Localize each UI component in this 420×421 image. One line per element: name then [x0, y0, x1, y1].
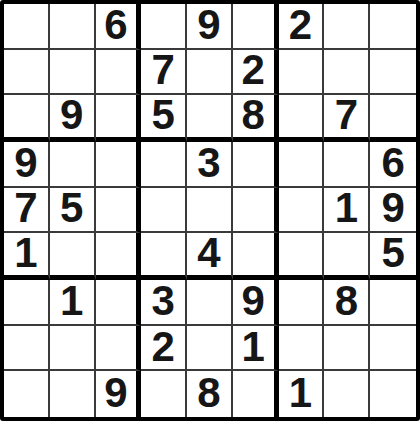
- cell-r8c9[interactable]: [370, 326, 416, 372]
- sudoku-page: 6927295879367519145139821981: [0, 0, 420, 421]
- cell-r6c2[interactable]: [50, 233, 96, 280]
- cell-r7c8[interactable]: 8: [324, 280, 370, 326]
- given-digit: 5: [152, 94, 175, 136]
- cell-r4c9[interactable]: 6: [370, 142, 416, 188]
- cell-r1c3[interactable]: 6: [96, 4, 142, 50]
- cell-r7c6[interactable]: 9: [233, 280, 279, 326]
- given-digit: 8: [197, 372, 220, 414]
- given-digit: 9: [381, 187, 404, 229]
- cell-r5c5[interactable]: [187, 188, 233, 234]
- given-digit: 6: [104, 4, 127, 46]
- cell-r4c1[interactable]: 9: [4, 142, 50, 188]
- given-digit: 1: [60, 280, 83, 322]
- cell-r6c4[interactable]: [141, 233, 187, 280]
- given-digit: 2: [289, 4, 312, 46]
- given-digit: 4: [197, 232, 220, 274]
- cell-r4c4[interactable]: [141, 142, 187, 188]
- cell-r5c4[interactable]: [141, 188, 187, 234]
- given-digit: 7: [335, 94, 358, 136]
- given-digit: 7: [152, 49, 175, 91]
- cell-r6c9[interactable]: 5: [370, 233, 416, 280]
- cell-r7c2[interactable]: 1: [50, 280, 96, 326]
- given-digit: 7: [14, 187, 37, 229]
- cell-r6c6[interactable]: [233, 233, 279, 280]
- given-digit: 5: [60, 187, 83, 229]
- cell-r5c1[interactable]: 7: [4, 188, 50, 234]
- cell-r4c3[interactable]: [96, 142, 142, 188]
- cell-r7c4[interactable]: 3: [141, 280, 187, 326]
- cell-r1c5[interactable]: 9: [187, 4, 233, 50]
- cell-r8c3[interactable]: [96, 326, 142, 372]
- cell-r9c3[interactable]: 9: [96, 371, 142, 417]
- cell-r8c1[interactable]: [4, 326, 50, 372]
- cell-r3c6[interactable]: 8: [233, 95, 279, 142]
- cell-r4c6[interactable]: [233, 142, 279, 188]
- cell-r7c7[interactable]: [279, 280, 325, 326]
- cell-r9c5[interactable]: 8: [187, 371, 233, 417]
- cell-r6c1[interactable]: 1: [4, 233, 50, 280]
- cell-r2c4[interactable]: 7: [141, 50, 187, 96]
- cell-r9c8[interactable]: [324, 371, 370, 417]
- cell-r7c5[interactable]: [187, 280, 233, 326]
- cell-r8c7[interactable]: [279, 326, 325, 372]
- cell-r6c7[interactable]: [279, 233, 325, 280]
- given-digit: 1: [242, 326, 265, 368]
- cell-r1c7[interactable]: 2: [279, 4, 325, 50]
- cell-r3c4[interactable]: 5: [141, 95, 187, 142]
- given-digit: 9: [14, 142, 37, 184]
- cell-r9c6[interactable]: [233, 371, 279, 417]
- cell-r8c5[interactable]: [187, 326, 233, 372]
- cell-r1c4[interactable]: [141, 4, 187, 50]
- given-digit: 8: [242, 94, 265, 136]
- cell-r9c7[interactable]: 1: [279, 371, 325, 417]
- given-digit: 9: [242, 280, 265, 322]
- given-digit: 2: [242, 49, 265, 91]
- cell-r7c3[interactable]: [96, 280, 142, 326]
- given-digit: 6: [381, 142, 404, 184]
- cell-r4c5[interactable]: 3: [187, 142, 233, 188]
- cell-r8c8[interactable]: [324, 326, 370, 372]
- given-digit: 8: [335, 280, 358, 322]
- cell-r4c7[interactable]: [279, 142, 325, 188]
- cell-r5c2[interactable]: 5: [50, 188, 96, 234]
- cell-r6c8[interactable]: [324, 233, 370, 280]
- cell-r9c9[interactable]: [370, 371, 416, 417]
- cell-r2c2[interactable]: [50, 50, 96, 96]
- cell-r3c9[interactable]: [370, 95, 416, 142]
- cell-r8c6[interactable]: 1: [233, 326, 279, 372]
- given-digit: 2: [152, 326, 175, 368]
- cell-r5c8[interactable]: 1: [324, 188, 370, 234]
- given-digit: 5: [381, 232, 404, 274]
- cell-r9c1[interactable]: [4, 371, 50, 417]
- given-digit: 9: [197, 4, 220, 46]
- cell-r8c2[interactable]: [50, 326, 96, 372]
- cell-r1c2[interactable]: [50, 4, 96, 50]
- cell-r4c8[interactable]: [324, 142, 370, 188]
- given-digit: 1: [14, 232, 37, 274]
- cell-r1c1[interactable]: [4, 4, 50, 50]
- cell-r7c9[interactable]: [370, 280, 416, 326]
- cell-r2c9[interactable]: [370, 50, 416, 96]
- given-digit: 3: [152, 280, 175, 322]
- sudoku-board: 6927295879367519145139821981: [0, 0, 420, 421]
- given-digit: 1: [289, 372, 312, 414]
- given-digit: 1: [335, 187, 358, 229]
- cell-r3c1[interactable]: [4, 95, 50, 142]
- given-digit: 3: [197, 142, 220, 184]
- cell-r3c5[interactable]: [187, 95, 233, 142]
- cell-r5c3[interactable]: [96, 188, 142, 234]
- cell-r2c1[interactable]: [4, 50, 50, 96]
- cell-r7c1[interactable]: [4, 280, 50, 326]
- cell-r1c6[interactable]: [233, 4, 279, 50]
- cell-r1c9[interactable]: [370, 4, 416, 50]
- given-digit: 9: [60, 94, 83, 136]
- cell-r5c9[interactable]: 9: [370, 188, 416, 234]
- cell-r9c4[interactable]: [141, 371, 187, 417]
- cell-r6c3[interactable]: [96, 233, 142, 280]
- cell-r4c2[interactable]: [50, 142, 96, 188]
- given-digit: 9: [104, 372, 127, 414]
- cell-r3c7[interactable]: [279, 95, 325, 142]
- cell-r2c6[interactable]: 2: [233, 50, 279, 96]
- cell-r2c5[interactable]: [187, 50, 233, 96]
- cell-r1c8[interactable]: [324, 4, 370, 50]
- cell-r9c2[interactable]: [50, 371, 96, 417]
- cell-r2c8[interactable]: [324, 50, 370, 96]
- cell-r2c3[interactable]: [96, 50, 142, 96]
- cell-r8c4[interactable]: 2: [141, 326, 187, 372]
- cell-r2c7[interactable]: [279, 50, 325, 96]
- cell-r3c8[interactable]: 7: [324, 95, 370, 142]
- cell-r6c5[interactable]: 4: [187, 233, 233, 280]
- cell-r5c7[interactable]: [279, 188, 325, 234]
- cell-r5c6[interactable]: [233, 188, 279, 234]
- cell-r3c2[interactable]: 9: [50, 95, 96, 142]
- cell-r3c3[interactable]: [96, 95, 142, 142]
